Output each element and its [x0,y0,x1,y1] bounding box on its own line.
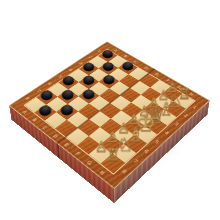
product-photo-scene: ABCDEFGH ABCDEFGH 12345678 12345678 ♙♖♙♘… [0,0,220,220]
coordinate-label: 6 [47,82,53,86]
chess-piece-rook[interactable]: ♖ [106,148,121,164]
folding-chess-checkers-board: ABCDEFGH ABCDEFGH 12345678 12345678 ♙♖♙♘… [9,42,210,189]
piece-stand: ♖ [113,148,128,164]
fold-seam-front [57,144,59,159]
